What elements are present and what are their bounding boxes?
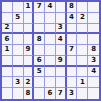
cell-r1c4[interactable]: 7: [34, 2, 45, 13]
cell-r3c1[interactable]: 2: [2, 24, 13, 35]
cell-r2c8[interactable]: 2: [77, 13, 88, 24]
sudoku-grid: 1748542236841978693543218673: [2, 2, 99, 99]
cell-r2c3[interactable]: [24, 13, 35, 24]
cell-r9c7[interactable]: 3: [67, 88, 78, 99]
cell-r4c6[interactable]: 4: [56, 34, 67, 45]
cell-r9c2[interactable]: [13, 88, 24, 99]
cell-r1c8[interactable]: [77, 2, 88, 13]
cell-r6c3[interactable]: [24, 56, 35, 67]
cell-r5c7[interactable]: 7: [67, 45, 78, 56]
cell-r1c6[interactable]: [56, 2, 67, 13]
cell-r6c1[interactable]: [2, 56, 13, 67]
cell-r8c4[interactable]: [34, 77, 45, 88]
cell-r5c4[interactable]: [34, 45, 45, 56]
cell-r3c3[interactable]: [24, 24, 35, 35]
cell-r3c5[interactable]: [45, 24, 56, 35]
cell-r4c1[interactable]: 6: [2, 34, 13, 45]
cell-r3c2[interactable]: [13, 24, 24, 35]
cell-r4c7[interactable]: [67, 34, 78, 45]
cell-r7c2[interactable]: [13, 67, 24, 78]
cell-r6c8[interactable]: [77, 56, 88, 67]
sudoku-board: 1748542236841978693543218673: [0, 0, 101, 101]
cell-r7c8[interactable]: [77, 67, 88, 78]
cell-r5c2[interactable]: [13, 45, 24, 56]
cell-r9c6[interactable]: 7: [56, 88, 67, 99]
cell-r9c5[interactable]: 6: [45, 88, 56, 99]
cell-r1c1[interactable]: [2, 2, 13, 13]
cell-r4c8[interactable]: [77, 34, 88, 45]
cell-r7c6[interactable]: [56, 67, 67, 78]
cell-r1c5[interactable]: 4: [45, 2, 56, 13]
cell-r3c4[interactable]: [34, 24, 45, 35]
cell-r2c6[interactable]: [56, 13, 67, 24]
cell-r5c3[interactable]: 9: [24, 45, 35, 56]
cell-r5c5[interactable]: [45, 45, 56, 56]
cell-r6c6[interactable]: 9: [56, 56, 67, 67]
cell-r1c2[interactable]: [13, 2, 24, 13]
cell-r2c4[interactable]: [34, 13, 45, 24]
cell-r7c1[interactable]: [2, 67, 13, 78]
cell-r2c5[interactable]: [45, 13, 56, 24]
cell-r4c5[interactable]: [45, 34, 56, 45]
cell-r4c4[interactable]: 8: [34, 34, 45, 45]
cell-r1c9[interactable]: [88, 2, 99, 13]
cell-r4c3[interactable]: [24, 34, 35, 45]
cell-r5c1[interactable]: 1: [2, 45, 13, 56]
cell-r6c9[interactable]: 3: [88, 56, 99, 67]
cell-r4c9[interactable]: [88, 34, 99, 45]
cell-r2c9[interactable]: [88, 13, 99, 24]
cell-r3c6[interactable]: 3: [56, 24, 67, 35]
cell-r9c9[interactable]: [88, 88, 99, 99]
cell-r2c1[interactable]: [2, 13, 13, 24]
cell-r6c5[interactable]: [45, 56, 56, 67]
cell-r5c6[interactable]: [56, 45, 67, 56]
cell-r8c9[interactable]: [88, 77, 99, 88]
cell-r9c3[interactable]: 8: [24, 88, 35, 99]
cell-r8c5[interactable]: [45, 77, 56, 88]
cell-r1c3[interactable]: 1: [24, 2, 35, 13]
cell-r6c2[interactable]: [13, 56, 24, 67]
cell-r8c1[interactable]: [2, 77, 13, 88]
cell-r9c1[interactable]: [2, 88, 13, 99]
cell-r8c3[interactable]: 2: [24, 77, 35, 88]
cell-r2c2[interactable]: 5: [13, 13, 24, 24]
cell-r8c8[interactable]: 1: [77, 77, 88, 88]
cell-r7c5[interactable]: [45, 67, 56, 78]
cell-r1c7[interactable]: 8: [67, 2, 78, 13]
cell-r6c7[interactable]: [67, 56, 78, 67]
cell-r5c8[interactable]: [77, 45, 88, 56]
cell-r4c2[interactable]: [13, 34, 24, 45]
cell-r5c9[interactable]: 8: [88, 45, 99, 56]
cell-r3c9[interactable]: [88, 24, 99, 35]
cell-r9c8[interactable]: [77, 88, 88, 99]
cell-r3c7[interactable]: [67, 24, 78, 35]
cell-r8c7[interactable]: [67, 77, 78, 88]
cell-r9c4[interactable]: [34, 88, 45, 99]
cell-r2c7[interactable]: 4: [67, 13, 78, 24]
cell-r7c7[interactable]: [67, 67, 78, 78]
cell-r7c4[interactable]: 5: [34, 67, 45, 78]
cell-r8c6[interactable]: [56, 77, 67, 88]
cell-r7c3[interactable]: [24, 67, 35, 78]
cell-r6c4[interactable]: 6: [34, 56, 45, 67]
cell-r7c9[interactable]: 4: [88, 67, 99, 78]
cell-r8c2[interactable]: 3: [13, 77, 24, 88]
cell-r3c8[interactable]: [77, 24, 88, 35]
